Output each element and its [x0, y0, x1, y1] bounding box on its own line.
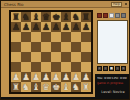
black-queen-icon: ♛	[41, 12, 51, 22]
square-h7[interactable]: ♟	[81, 22, 91, 32]
white-pawn-icon: ♟	[71, 72, 81, 82]
square-f2[interactable]: ♟	[61, 72, 71, 82]
square-h2[interactable]: ♟	[81, 72, 91, 82]
move-nav-bar: «‹■›»	[97, 66, 126, 71]
white-bishop-icon: ♝	[31, 82, 41, 92]
white-queen-icon: ♛	[41, 82, 51, 92]
square-b6[interactable]	[21, 32, 31, 42]
square-e2[interactable]: ♟	[51, 72, 61, 82]
square-g4[interactable]	[71, 52, 81, 62]
square-g8[interactable]: ♞	[71, 12, 81, 22]
black-rook-icon: ♜	[11, 12, 21, 22]
document-icon[interactable]	[109, 13, 114, 18]
white-pawn-icon: ♟	[51, 72, 61, 82]
square-c3[interactable]	[31, 62, 41, 72]
square-c2[interactable]: ♟	[31, 72, 41, 82]
square-g5[interactable]	[71, 42, 81, 52]
square-d8[interactable]: ♛	[41, 12, 51, 22]
black-bishop-icon: ♝	[61, 12, 71, 22]
square-b5[interactable]	[21, 42, 31, 52]
black-king-icon: ♚	[51, 12, 61, 22]
title-bar: Chess Rio Help	[1, 1, 130, 8]
white-pawn-icon: ♟	[21, 72, 31, 82]
help-menu[interactable]: Help	[111, 2, 122, 7]
white-rook-icon: ♜	[81, 82, 91, 92]
square-f8[interactable]: ♝	[61, 12, 71, 22]
square-e3[interactable]	[51, 62, 61, 72]
square-b4[interactable]	[21, 52, 31, 62]
square-g3[interactable]	[71, 62, 81, 72]
square-a1[interactable]: ♜	[11, 82, 21, 92]
square-e4[interactable]	[51, 52, 61, 62]
square-a7[interactable]: ♟	[11, 22, 21, 32]
bottom-border	[1, 97, 130, 100]
last-move-icon[interactable]: »	[121, 66, 126, 71]
square-b8[interactable]: ♞	[21, 12, 31, 22]
square-a5[interactable]	[11, 42, 21, 52]
black-rook-icon: ♜	[81, 12, 91, 22]
square-d2[interactable]: ♟	[41, 72, 51, 82]
black-pawn-icon: ♟	[51, 22, 61, 32]
black-knight-icon: ♞	[21, 12, 31, 22]
level-text: Level: Novice	[95, 90, 130, 94]
next-move-icon[interactable]: ›	[115, 66, 120, 71]
square-c5[interactable]	[31, 42, 41, 52]
white-pawn-icon: ♟	[81, 72, 91, 82]
toolbar	[97, 13, 126, 18]
square-c6[interactable]	[31, 32, 41, 42]
square-a6[interactable]	[11, 32, 21, 42]
white-bishop-icon: ♝	[61, 82, 71, 92]
square-c1[interactable]: ♝	[31, 82, 41, 92]
square-g2[interactable]: ♟	[71, 72, 81, 82]
square-e5[interactable]	[51, 42, 61, 52]
square-e6[interactable]	[51, 32, 61, 42]
black-piece-icon[interactable]	[103, 13, 108, 18]
clock-text: You: 0:00 CPU: 0:00	[97, 77, 129, 80]
black-pawn-icon: ♟	[31, 22, 41, 32]
square-g1[interactable]: ♞	[71, 82, 81, 92]
square-f3[interactable]	[61, 62, 71, 72]
square-d5[interactable]	[41, 42, 51, 52]
white-rook-icon: ♜	[11, 82, 21, 92]
square-d7[interactable]: ♟	[41, 22, 51, 32]
square-c7[interactable]: ♟	[31, 22, 41, 32]
white-pawn-icon: ♟	[31, 72, 41, 82]
white-pawn-icon: ♟	[61, 72, 71, 82]
square-f6[interactable]	[61, 32, 71, 42]
black-knight-icon: ♞	[71, 12, 81, 22]
window-control-icon[interactable]	[125, 3, 127, 5]
square-b7[interactable]: ♟	[21, 22, 31, 32]
prev-move-icon[interactable]: ‹	[103, 66, 108, 71]
square-h4[interactable]	[81, 52, 91, 62]
square-e8[interactable]: ♚	[51, 12, 61, 22]
square-g7[interactable]: ♟	[71, 22, 81, 32]
square-f4[interactable]	[61, 52, 71, 62]
black-bishop-icon: ♝	[31, 12, 41, 22]
square-b1[interactable]: ♞	[21, 82, 31, 92]
square-h6[interactable]	[81, 32, 91, 42]
square-d4[interactable]	[41, 52, 51, 62]
white-pawn-icon: ♟	[11, 72, 21, 82]
square-f5[interactable]	[61, 42, 71, 52]
square-b2[interactable]: ♟	[21, 72, 31, 82]
black-pawn-icon: ♟	[21, 22, 31, 32]
square-f7[interactable]: ♟	[61, 22, 71, 32]
stop-icon[interactable]: ■	[109, 66, 114, 71]
black-pawn-icon: ♟	[61, 22, 71, 32]
black-pawn-icon: ♟	[71, 22, 81, 32]
white-knight-icon: ♞	[71, 82, 81, 92]
game-state-text: game in progress	[97, 82, 129, 85]
white-knight-icon: ♞	[21, 82, 31, 92]
board-frame: ♜♞♝♛♚♝♞♜♟♟♟♟♟♟♟♟♟♟♟♟♟♟♟♟♜♞♝♛♚♝♞♜	[9, 10, 93, 94]
app-window: Chess Rio Help ♜♞♝♛♚♝♞♜♟♟♟♟♟♟♟♟♟♟♟♟♟♟♟♟♜…	[0, 0, 130, 100]
square-b3[interactable]	[21, 62, 31, 72]
square-a2[interactable]: ♟	[11, 72, 21, 82]
board-setup-icon[interactable]	[115, 13, 120, 18]
square-c4[interactable]	[31, 52, 41, 62]
window-title: Chess Rio	[4, 2, 24, 7]
square-h8[interactable]: ♜	[81, 12, 91, 22]
square-e7[interactable]: ♟	[51, 22, 61, 32]
white-piece-icon[interactable]	[97, 13, 102, 18]
black-pawn-icon: ♟	[41, 22, 51, 32]
square-a3[interactable]	[11, 62, 21, 72]
chess-board: ♜♞♝♛♚♝♞♜♟♟♟♟♟♟♟♟♟♟♟♟♟♟♟♟♜♞♝♛♚♝♞♜	[11, 12, 91, 92]
square-c8[interactable]: ♝	[31, 12, 41, 22]
square-h1[interactable]: ♜	[81, 82, 91, 92]
square-a4[interactable]	[11, 52, 21, 62]
square-g6[interactable]	[71, 32, 81, 42]
square-d3[interactable]	[41, 62, 51, 72]
black-pawn-icon: ♟	[81, 22, 91, 32]
square-d1[interactable]: ♛	[41, 82, 51, 92]
white-king-icon: ♚	[51, 82, 61, 92]
settings-icon[interactable]	[121, 13, 126, 18]
square-a8[interactable]: ♜	[11, 12, 21, 22]
first-move-icon[interactable]: «	[97, 66, 102, 71]
square-h5[interactable]	[81, 42, 91, 52]
white-pawn-icon: ♟	[41, 72, 51, 82]
square-e1[interactable]: ♚	[51, 82, 61, 92]
square-f1[interactable]: ♝	[61, 82, 71, 92]
black-pawn-icon: ♟	[11, 22, 21, 32]
move-list[interactable]	[97, 20, 128, 64]
square-d6[interactable]	[41, 32, 51, 42]
square-h3[interactable]	[81, 62, 91, 72]
